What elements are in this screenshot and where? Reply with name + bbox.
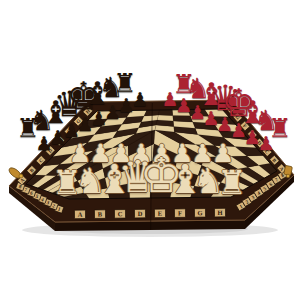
- file-labels-bottom: D: [134, 209, 145, 218]
- piece-red-pawn[interactable]: ♟: [257, 134, 274, 153]
- coordinate-label: G: [197, 209, 202, 216]
- file-labels-bottom: H: [214, 208, 225, 217]
- file-labels-bottom: E: [154, 209, 165, 218]
- three-player-chess-photo: ABCDEFGH1234567812345678ABCDEFGHABCDEFGH…: [0, 0, 300, 300]
- left-clasp-knob[interactable]: [19, 174, 23, 178]
- coordinate-label: F: [178, 209, 182, 216]
- coordinate-label: E: [158, 210, 162, 217]
- coordinate-label: H: [217, 209, 222, 216]
- piece-black-pawn[interactable]: ♟: [131, 90, 148, 109]
- piece-white-rook[interactable]: ♜: [217, 166, 247, 199]
- board-cell[interactable]: [158, 110, 172, 116]
- file-labels-bottom: C: [114, 210, 125, 219]
- right-clasp-knob[interactable]: [286, 174, 290, 178]
- coordinate-label: C: [118, 210, 123, 217]
- coordinate-label: A: [78, 211, 83, 218]
- coordinate-label: B: [98, 210, 103, 217]
- file-labels-bottom: F: [174, 209, 185, 218]
- file-labels-bottom: G: [194, 209, 205, 218]
- file-labels-bottom: B: [94, 210, 105, 219]
- file-labels-bottom: A: [74, 210, 85, 219]
- coordinate-label: D: [138, 210, 143, 217]
- board-cell[interactable]: [157, 115, 173, 121]
